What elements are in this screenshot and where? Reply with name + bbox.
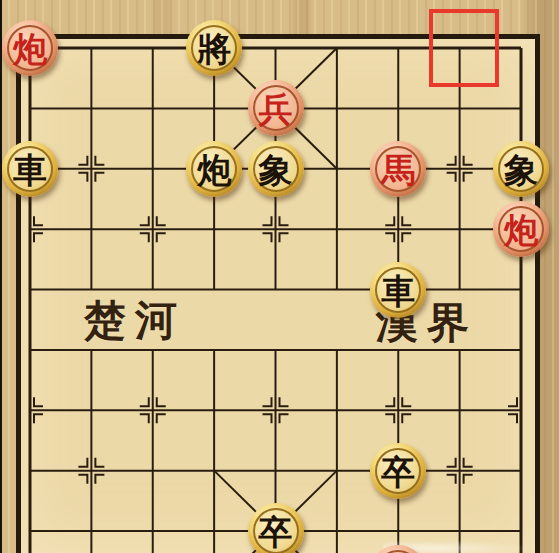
piece-face: 馬 [375,146,421,192]
piece-black-elephant-a[interactable]: 象 [248,141,304,197]
piece-red-horse[interactable]: 馬 [370,141,426,197]
piece-glyph: 象 [259,153,293,187]
piece-glyph: 炮 [197,153,231,187]
piece-red-cannon-b[interactable]: 炮 [493,201,549,257]
piece-black-chariot-b[interactable]: 車 [370,262,426,318]
piece-face: 卒 [253,508,299,553]
piece-glyph: 卒 [381,455,415,489]
piece-black-soldier-b[interactable]: 卒 [248,503,304,553]
piece-glyph: 兵 [259,92,293,126]
piece-glyph: 卒 [259,515,293,549]
piece-face: 象 [498,146,544,192]
piece-black-elephant-b[interactable]: 象 [493,141,549,197]
piece-face: 炮 [7,25,53,71]
piece-black-soldier-a[interactable]: 卒 [370,443,426,499]
highlight-square-marker [429,9,499,87]
piece-glyph: 馬 [381,153,415,187]
xiangqi-board[interactable]: 楚河 漢界 炮將兵車炮象馬象炮車卒卒 [0,0,559,553]
piece-glyph: 炮 [504,213,538,247]
piece-black-chariot-a[interactable]: 車 [2,141,58,197]
piece-face: 兵 [253,85,299,131]
piece-glyph: 將 [197,32,231,66]
piece-red-soldier[interactable]: 兵 [248,80,304,136]
piece-glyph: 車 [13,153,47,187]
piece-red-cannon-a[interactable]: 炮 [2,20,58,76]
piece-face: 車 [375,267,421,313]
piece-glyph: 炮 [13,32,47,66]
piece-face: 炮 [191,146,237,192]
piece-glyph: 象 [504,153,538,187]
piece-face: 炮 [498,206,544,252]
piece-face: 將 [191,25,237,71]
piece-glyph: 車 [381,274,415,308]
piece-black-general[interactable]: 將 [186,20,242,76]
piece-face: 卒 [375,448,421,494]
river-label-chu-he: 楚河 [84,293,186,349]
piece-face: 車 [7,146,53,192]
piece-face: 象 [253,146,299,192]
piece-black-cannon[interactable]: 炮 [186,141,242,197]
